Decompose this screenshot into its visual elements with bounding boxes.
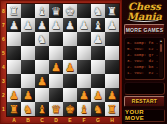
scrollbar-thumb[interactable]: [160, 44, 162, 52]
scroll-up-icon[interactable]: ▲: [160, 39, 163, 43]
square-a6[interactable]: [7, 32, 21, 46]
square-h7[interactable]: ♟: [105, 18, 119, 32]
square-a2[interactable]: ♟: [7, 88, 21, 102]
square-f4[interactable]: [77, 60, 91, 74]
file-label-a: A: [7, 116, 21, 124]
square-c2[interactable]: [35, 88, 49, 102]
square-b7[interactable]: ♟: [21, 18, 35, 32]
rank-label-2: 2: [0, 88, 7, 102]
white-king[interactable]: ♚: [65, 103, 75, 116]
white-pawn[interactable]: ♟: [9, 89, 19, 102]
square-a3[interactable]: [7, 74, 21, 88]
rank-labels: 87654321: [0, 4, 7, 116]
rank-label-4: 4: [0, 60, 7, 74]
file-label-f: F: [77, 116, 91, 124]
rank-label-3: 3: [0, 74, 7, 88]
black-pawn[interactable]: ♟: [23, 19, 33, 32]
board-frame: 87654321 ♜♝♛♚♞♜♟♟♟♟♟♟♝♟♞♟♟♟♟♟♟♟♟♟♜♞♝♛♚♝♞…: [0, 0, 122, 124]
white-pawn[interactable]: ♟: [23, 89, 33, 102]
square-b8[interactable]: [21, 4, 35, 18]
move-list-item: 1. You: e2 - e4: [127, 70, 159, 76]
square-b6[interactable]: [21, 32, 35, 46]
square-b2[interactable]: ♟: [21, 88, 35, 102]
square-f2[interactable]: ♟: [77, 88, 91, 102]
white-pawn[interactable]: ♟: [37, 75, 47, 88]
square-e2[interactable]: [63, 88, 77, 102]
square-h6[interactable]: [105, 32, 119, 46]
black-rook[interactable]: ♜: [9, 5, 19, 18]
white-pawn[interactable]: ♟: [93, 89, 103, 102]
square-d6[interactable]: [49, 32, 63, 46]
square-g6[interactable]: ♟: [91, 32, 105, 46]
square-g7[interactable]: ♝: [91, 18, 105, 32]
file-label-c: C: [35, 116, 49, 124]
square-g5[interactable]: [91, 46, 105, 60]
square-d4[interactable]: ♟: [49, 60, 63, 74]
square-c4[interactable]: [35, 60, 49, 74]
move-list-scrollbar[interactable]: ▲: [159, 39, 163, 78]
square-h4[interactable]: [105, 60, 119, 74]
square-h1[interactable]: ♜: [105, 102, 119, 116]
square-a8[interactable]: ♜: [7, 4, 21, 18]
rank-label-8: 8: [0, 4, 7, 18]
black-pawn[interactable]: ♟: [65, 19, 75, 32]
white-pawn[interactable]: ♟: [79, 89, 89, 102]
move-list: 6. Comp: f8 - g75. You: c2 - c34. Comp: …: [127, 40, 159, 76]
square-d2[interactable]: [49, 88, 63, 102]
chess-mania-app: 87654321 ♜♝♛♚♞♜♟♟♟♟♟♟♝♟♞♟♟♟♟♟♟♟♟♟♜♞♝♛♚♝♞…: [0, 0, 167, 124]
square-f1[interactable]: ♝: [77, 102, 91, 116]
square-g1[interactable]: ♞: [91, 102, 105, 116]
square-a1[interactable]: ♜: [7, 102, 21, 116]
black-rook[interactable]: ♜: [107, 5, 117, 18]
square-f3[interactable]: [77, 74, 91, 88]
square-a4[interactable]: [7, 60, 21, 74]
square-h3[interactable]: [105, 74, 119, 88]
rank-label-6: 6: [0, 32, 7, 46]
square-g4[interactable]: [91, 60, 105, 74]
square-d1[interactable]: ♛: [49, 102, 63, 116]
square-e5[interactable]: [63, 46, 77, 60]
black-king[interactable]: ♚: [65, 5, 75, 18]
black-knight[interactable]: ♞: [37, 33, 47, 46]
rank-label-7: 7: [0, 18, 7, 32]
rank-label-1: 1: [0, 102, 7, 116]
square-f7[interactable]: ♟: [77, 18, 91, 32]
black-queen[interactable]: ♛: [51, 5, 61, 18]
square-d8[interactable]: ♛: [49, 4, 63, 18]
black-bishop[interactable]: ♝: [37, 5, 47, 18]
square-b1[interactable]: ♞: [21, 102, 35, 116]
white-pawn[interactable]: ♟: [65, 61, 75, 74]
square-b5[interactable]: [21, 46, 35, 60]
square-e8[interactable]: ♚: [63, 4, 77, 18]
square-f6[interactable]: [77, 32, 91, 46]
black-bishop[interactable]: ♝: [93, 19, 103, 32]
square-e7[interactable]: ♟: [63, 18, 77, 32]
white-rook[interactable]: ♜: [107, 103, 117, 116]
square-e4[interactable]: ♟: [63, 60, 77, 74]
square-d7[interactable]: ♟: [49, 18, 63, 32]
file-label-h: H: [105, 116, 119, 124]
square-h5[interactable]: [105, 46, 119, 60]
square-e6[interactable]: [63, 32, 77, 46]
square-a7[interactable]: ♟: [7, 18, 21, 32]
square-c8[interactable]: ♝: [35, 4, 49, 18]
square-h8[interactable]: ♜: [105, 4, 119, 18]
square-b3[interactable]: [21, 74, 35, 88]
white-rook[interactable]: ♜: [9, 103, 19, 116]
file-label-b: B: [21, 116, 35, 124]
square-c5[interactable]: [35, 46, 49, 60]
square-b4[interactable]: [21, 60, 35, 74]
black-pawn[interactable]: ♟: [37, 19, 47, 32]
square-c6[interactable]: ♞: [35, 32, 49, 46]
square-d5[interactable]: [49, 46, 63, 60]
square-f8[interactable]: [77, 4, 91, 18]
file-label-d: D: [49, 116, 63, 124]
square-f5[interactable]: [77, 46, 91, 60]
square-h2[interactable]: ♟: [105, 88, 119, 102]
white-bishop[interactable]: ♝: [37, 103, 47, 116]
square-c1[interactable]: ♝: [35, 102, 49, 116]
black-knight[interactable]: ♞: [93, 5, 103, 18]
white-pawn[interactable]: ♟: [51, 61, 61, 74]
square-a5[interactable]: [7, 46, 21, 60]
white-knight[interactable]: ♞: [23, 103, 33, 116]
square-g2[interactable]: ♟: [91, 88, 105, 102]
move-list-panel: 6. Comp: f8 - g75. You: c2 - c34. Comp: …: [124, 37, 165, 80]
more-games-button[interactable]: MORE GAMES: [124, 24, 165, 35]
black-pawn[interactable]: ♟: [9, 19, 19, 32]
black-pawn[interactable]: ♟: [93, 33, 103, 46]
square-e1[interactable]: ♚: [63, 102, 77, 116]
black-pawn[interactable]: ♟: [107, 19, 117, 32]
restart-button[interactable]: RESTART: [124, 96, 165, 107]
black-pawn[interactable]: ♟: [79, 19, 89, 32]
file-label-g: G: [91, 116, 105, 124]
black-pawn[interactable]: ♟: [51, 19, 61, 32]
square-c7[interactable]: ♟: [35, 18, 49, 32]
white-pawn[interactable]: ♟: [107, 89, 117, 102]
white-knight[interactable]: ♞: [93, 103, 103, 116]
file-label-e: E: [63, 116, 77, 124]
square-g8[interactable]: ♞: [91, 4, 105, 18]
your-move-status: YOUR MOVE: [124, 109, 165, 122]
square-d3[interactable]: [49, 74, 63, 88]
captured-pieces-tray: [124, 82, 165, 95]
logo: Chess Mania: [122, 0, 167, 23]
white-queen[interactable]: ♛: [51, 103, 61, 116]
square-c3[interactable]: ♟: [35, 74, 49, 88]
rank-label-5: 5: [0, 46, 7, 60]
white-bishop[interactable]: ♝: [79, 103, 89, 116]
square-e3[interactable]: [63, 74, 77, 88]
file-labels: ABCDEFGH: [7, 116, 119, 124]
sidebar: Chess Mania MORE GAMES 6. Comp: f8 - g75…: [122, 0, 167, 124]
board-grid: ♜♝♛♚♞♜♟♟♟♟♟♟♝♟♞♟♟♟♟♟♟♟♟♟♜♞♝♛♚♝♞♜: [7, 4, 119, 116]
square-g3[interactable]: [91, 74, 105, 88]
